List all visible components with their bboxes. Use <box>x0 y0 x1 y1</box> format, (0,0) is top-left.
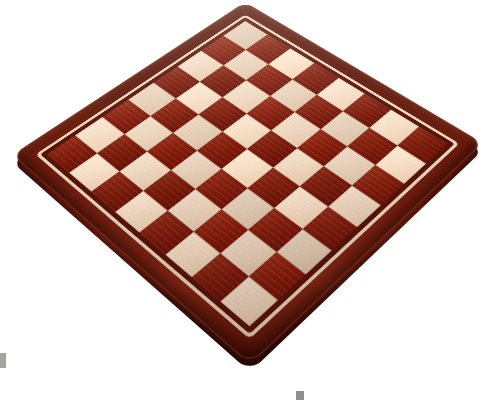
screenshot-artifact-bottom-gray-square <box>296 391 304 400</box>
screenshot-artifact-left-gray-bar <box>0 353 6 368</box>
inner-frame-gap <box>40 17 454 334</box>
board-photo <box>0 0 500 400</box>
product-photo-stage: Empty wooden chess board (red padauk and… <box>0 0 500 400</box>
maple-inlay-border <box>35 15 459 339</box>
board-grid <box>47 21 447 326</box>
chess-board <box>12 2 483 365</box>
